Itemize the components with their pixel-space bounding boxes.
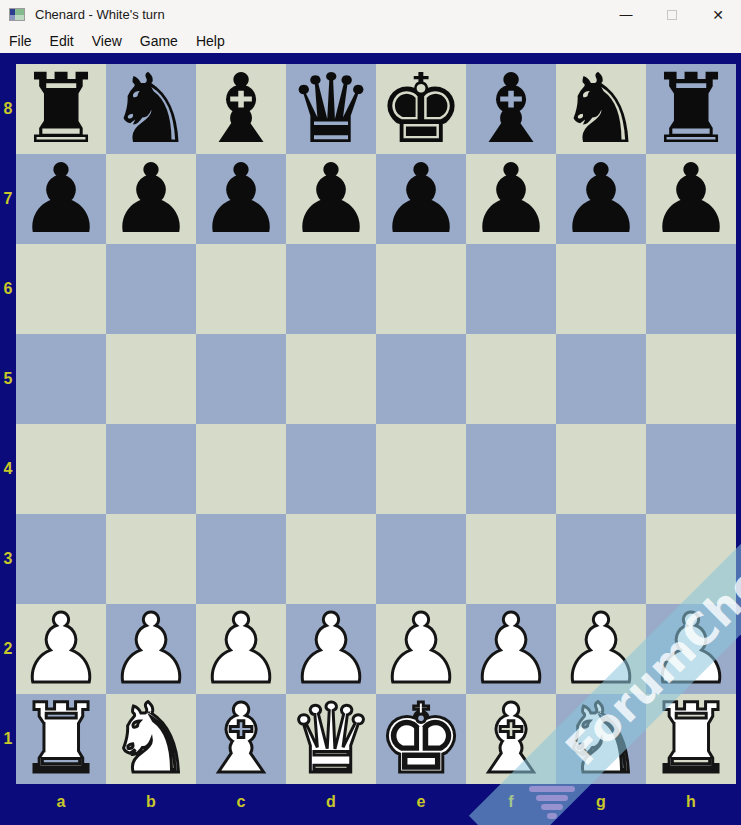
- file-label-c: c: [196, 793, 286, 811]
- square-a4[interactable]: [16, 424, 106, 514]
- square-h2[interactable]: ♟: [646, 604, 736, 694]
- minimize-icon: —: [620, 8, 633, 21]
- square-f8[interactable]: ♝: [466, 64, 556, 154]
- square-h5[interactable]: [646, 334, 736, 424]
- square-a2[interactable]: ♟: [16, 604, 106, 694]
- piece-white-king[interactable]: ♚: [378, 694, 464, 784]
- piece-white-pawn[interactable]: ♟: [558, 604, 644, 694]
- square-f4[interactable]: [466, 424, 556, 514]
- window-title: Chenard - White's turn: [35, 7, 165, 22]
- square-d5[interactable]: [286, 334, 376, 424]
- square-d8[interactable]: ♛: [286, 64, 376, 154]
- square-h6[interactable]: [646, 244, 736, 334]
- square-b1[interactable]: ♞: [106, 694, 196, 784]
- square-g2[interactable]: ♟: [556, 604, 646, 694]
- piece-black-rook[interactable]: ♜: [18, 64, 104, 154]
- piece-white-queen[interactable]: ♛: [288, 694, 374, 784]
- square-b3[interactable]: [106, 514, 196, 604]
- piece-black-bishop[interactable]: ♝: [468, 64, 554, 154]
- square-d4[interactable]: [286, 424, 376, 514]
- square-b8[interactable]: ♞: [106, 64, 196, 154]
- square-e8[interactable]: ♚: [376, 64, 466, 154]
- square-h3[interactable]: [646, 514, 736, 604]
- square-c3[interactable]: [196, 514, 286, 604]
- chenard-window: Chenard - White's turn — ✕ File Edit Vie…: [0, 0, 741, 825]
- menu-game[interactable]: Game: [131, 31, 187, 51]
- file-labels: abcdefgh: [16, 793, 736, 811]
- file-label-a: a: [16, 793, 106, 811]
- piece-black-knight[interactable]: ♞: [108, 64, 194, 154]
- maximize-button[interactable]: [649, 0, 695, 29]
- square-e6[interactable]: [376, 244, 466, 334]
- piece-white-pawn[interactable]: ♟: [18, 604, 104, 694]
- square-a6[interactable]: [16, 244, 106, 334]
- window-controls: — ✕: [603, 0, 741, 29]
- piece-black-pawn[interactable]: ♟: [558, 154, 644, 244]
- square-h1[interactable]: ♜: [646, 694, 736, 784]
- rank-label-8: 8: [0, 64, 16, 154]
- piece-black-bishop[interactable]: ♝: [198, 64, 284, 154]
- square-d3[interactable]: [286, 514, 376, 604]
- square-g1[interactable]: ♞: [556, 694, 646, 784]
- rank-label-6: 6: [0, 244, 16, 334]
- minimize-button[interactable]: —: [603, 0, 649, 29]
- menu-edit[interactable]: Edit: [41, 31, 83, 51]
- square-e5[interactable]: [376, 334, 466, 424]
- file-label-d: d: [286, 793, 376, 811]
- square-h4[interactable]: [646, 424, 736, 514]
- piece-black-king[interactable]: ♚: [378, 64, 464, 154]
- piece-white-pawn[interactable]: ♟: [108, 604, 194, 694]
- piece-black-queen[interactable]: ♛: [288, 64, 374, 154]
- rank-label-3: 3: [0, 514, 16, 604]
- piece-black-rook[interactable]: ♜: [648, 64, 734, 154]
- square-h7[interactable]: ♟: [646, 154, 736, 244]
- piece-white-rook[interactable]: ♜: [648, 694, 734, 784]
- square-b4[interactable]: [106, 424, 196, 514]
- close-icon: ✕: [712, 7, 724, 23]
- piece-black-pawn[interactable]: ♟: [468, 154, 554, 244]
- piece-black-pawn[interactable]: ♟: [378, 154, 464, 244]
- square-e2[interactable]: ♟: [376, 604, 466, 694]
- piece-white-pawn[interactable]: ♟: [288, 604, 374, 694]
- square-d2[interactable]: ♟: [286, 604, 376, 694]
- square-c6[interactable]: [196, 244, 286, 334]
- square-f6[interactable]: [466, 244, 556, 334]
- square-c1[interactable]: ♝: [196, 694, 286, 784]
- square-e7[interactable]: ♟: [376, 154, 466, 244]
- square-f5[interactable]: [466, 334, 556, 424]
- square-b5[interactable]: [106, 334, 196, 424]
- menu-view[interactable]: View: [83, 31, 131, 51]
- file-label-e: e: [376, 793, 466, 811]
- piece-black-pawn[interactable]: ♟: [198, 154, 284, 244]
- file-label-h: h: [646, 793, 736, 811]
- rank-label-4: 4: [0, 424, 16, 514]
- piece-white-bishop[interactable]: ♝: [468, 694, 554, 784]
- square-d1[interactable]: ♛: [286, 694, 376, 784]
- square-a3[interactable]: [16, 514, 106, 604]
- square-a7[interactable]: ♟: [16, 154, 106, 244]
- square-c5[interactable]: [196, 334, 286, 424]
- close-button[interactable]: ✕: [695, 0, 741, 29]
- square-c4[interactable]: [196, 424, 286, 514]
- square-g4[interactable]: [556, 424, 646, 514]
- piece-white-knight[interactable]: ♞: [558, 694, 644, 784]
- square-a8[interactable]: ♜: [16, 64, 106, 154]
- title-bar: Chenard - White's turn — ✕: [0, 0, 741, 29]
- square-e3[interactable]: [376, 514, 466, 604]
- maximize-icon: [667, 10, 677, 20]
- square-d6[interactable]: [286, 244, 376, 334]
- square-c8[interactable]: ♝: [196, 64, 286, 154]
- piece-white-bishop[interactable]: ♝: [198, 694, 284, 784]
- piece-black-pawn[interactable]: ♟: [288, 154, 374, 244]
- square-b7[interactable]: ♟: [106, 154, 196, 244]
- square-g3[interactable]: [556, 514, 646, 604]
- rank-label-1: 1: [0, 694, 16, 784]
- piece-white-pawn[interactable]: ♟: [198, 604, 284, 694]
- rank-label-7: 7: [0, 154, 16, 244]
- square-g7[interactable]: ♟: [556, 154, 646, 244]
- menu-file[interactable]: File: [0, 31, 41, 51]
- rank-label-2: 2: [0, 604, 16, 694]
- square-g5[interactable]: [556, 334, 646, 424]
- menu-help[interactable]: Help: [187, 31, 234, 51]
- square-f2[interactable]: ♟: [466, 604, 556, 694]
- square-a5[interactable]: [16, 334, 106, 424]
- board-frame: 87654321 ♜♞♝♛♚♝♞♜♟♟♟♟♟♟♟♟♟♟♟♟♟♟♟♟♜♞♝♛♚♝♞…: [0, 53, 741, 825]
- square-f3[interactable]: [466, 514, 556, 604]
- square-e1[interactable]: ♚: [376, 694, 466, 784]
- piece-black-pawn[interactable]: ♟: [18, 154, 104, 244]
- square-c7[interactable]: ♟: [196, 154, 286, 244]
- piece-white-pawn[interactable]: ♟: [378, 604, 464, 694]
- piece-white-pawn[interactable]: ♟: [648, 604, 734, 694]
- rank-labels: 87654321: [0, 64, 16, 784]
- piece-white-rook[interactable]: ♜: [18, 694, 104, 784]
- square-f7[interactable]: ♟: [466, 154, 556, 244]
- square-b6[interactable]: [106, 244, 196, 334]
- square-d7[interactable]: ♟: [286, 154, 376, 244]
- piece-white-knight[interactable]: ♞: [108, 694, 194, 784]
- square-e4[interactable]: [376, 424, 466, 514]
- piece-black-pawn[interactable]: ♟: [648, 154, 734, 244]
- chess-board: ♜♞♝♛♚♝♞♜♟♟♟♟♟♟♟♟♟♟♟♟♟♟♟♟♜♞♝♛♚♝♞♜: [16, 64, 736, 784]
- piece-black-knight[interactable]: ♞: [558, 64, 644, 154]
- file-label-f: f: [466, 793, 556, 811]
- square-a1[interactable]: ♜: [16, 694, 106, 784]
- square-c2[interactable]: ♟: [196, 604, 286, 694]
- app-icon[interactable]: [9, 8, 25, 21]
- square-g6[interactable]: [556, 244, 646, 334]
- file-label-g: g: [556, 793, 646, 811]
- piece-white-pawn[interactable]: ♟: [468, 604, 554, 694]
- file-label-b: b: [106, 793, 196, 811]
- square-h8[interactable]: ♜: [646, 64, 736, 154]
- rank-label-5: 5: [0, 334, 16, 424]
- square-f1[interactable]: ♝: [466, 694, 556, 784]
- square-b2[interactable]: ♟: [106, 604, 196, 694]
- menu-bar: File Edit View Game Help: [0, 29, 741, 53]
- square-g8[interactable]: ♞: [556, 64, 646, 154]
- piece-black-pawn[interactable]: ♟: [108, 154, 194, 244]
